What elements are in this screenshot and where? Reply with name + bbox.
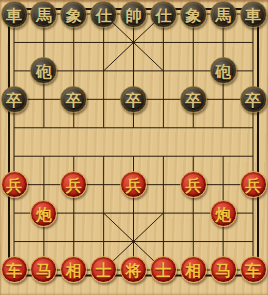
piece-red-chariot[interactable]: 车	[240, 256, 267, 283]
piece-black-horse[interactable]: 馬	[210, 1, 237, 28]
piece-black-soldier[interactable]: 卒	[60, 86, 87, 113]
piece-black-soldier[interactable]: 卒	[240, 86, 267, 113]
piece-red-elephant[interactable]: 相	[180, 256, 207, 283]
piece-red-soldier[interactable]: 兵	[240, 171, 267, 198]
piece-red-horse[interactable]: 马	[210, 256, 237, 283]
piece-black-soldier[interactable]: 卒	[180, 86, 207, 113]
piece-red-soldier[interactable]: 兵	[1, 171, 28, 198]
piece-red-cannon[interactable]: 炮	[210, 200, 237, 227]
piece-red-soldier[interactable]: 兵	[180, 171, 207, 198]
piece-red-elephant[interactable]: 相	[60, 256, 87, 283]
piece-black-elephant[interactable]: 象	[60, 1, 87, 28]
piece-black-advisor[interactable]: 仕	[90, 1, 117, 28]
piece-red-soldier[interactable]: 兵	[60, 171, 87, 198]
piece-red-advisor[interactable]: 士	[90, 256, 117, 283]
piece-black-advisor[interactable]: 仕	[150, 1, 177, 28]
piece-black-soldier[interactable]: 卒	[1, 86, 28, 113]
piece-black-horse[interactable]: 馬	[30, 1, 57, 28]
piece-black-chariot[interactable]: 車	[240, 1, 267, 28]
piece-black-cannon[interactable]: 砲	[210, 57, 237, 84]
piece-black-soldier[interactable]: 卒	[120, 86, 147, 113]
pieces-layer: 車馬象仕帥仕象馬車砲砲卒卒卒卒卒兵兵兵兵兵炮炮车马相士将士相马车	[0, 0, 268, 295]
xiangqi-board[interactable]: 車馬象仕帥仕象馬車砲砲卒卒卒卒卒兵兵兵兵兵炮炮车马相士将士相马车	[0, 0, 268, 295]
piece-black-cannon[interactable]: 砲	[30, 57, 57, 84]
piece-black-elephant[interactable]: 象	[180, 1, 207, 28]
piece-black-chariot[interactable]: 車	[1, 1, 28, 28]
piece-red-soldier[interactable]: 兵	[120, 171, 147, 198]
piece-red-advisor[interactable]: 士	[150, 256, 177, 283]
piece-red-cannon[interactable]: 炮	[30, 200, 57, 227]
piece-black-general[interactable]: 帥	[120, 1, 147, 28]
piece-red-general[interactable]: 将	[120, 256, 147, 283]
piece-red-chariot[interactable]: 车	[1, 256, 28, 283]
piece-red-horse[interactable]: 马	[30, 256, 57, 283]
